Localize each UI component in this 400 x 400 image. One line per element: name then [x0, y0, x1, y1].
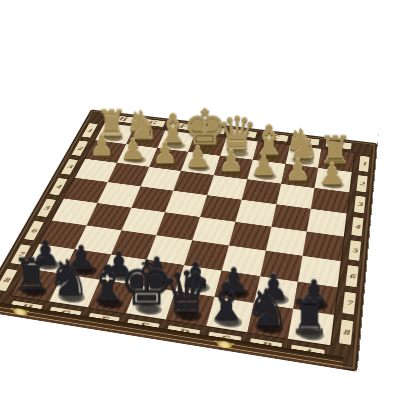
brass-clasp-left — [13, 307, 28, 316]
square-f4[interactable] — [131, 186, 173, 212]
rank-label-right-5: 5 — [349, 240, 362, 261]
rank-label-left-4: 4 — [49, 178, 67, 195]
rank-label-right-4: 4 — [351, 217, 363, 236]
square-a2[interactable]: ♟ — [315, 168, 352, 192]
square-e4[interactable] — [165, 191, 207, 217]
square-c4[interactable] — [235, 200, 276, 227]
square-a3[interactable] — [311, 188, 349, 214]
square-a5[interactable] — [303, 232, 344, 261]
product-photo-canvas: HGFEDCBA HGFEDCBA 12345678 12345678 ♜♞♝♚… — [0, 0, 400, 400]
rank-label-left-3: 3 — [61, 159, 78, 175]
chessboard: HGFEDCBA HGFEDCBA 12345678 12345678 ♜♞♝♚… — [0, 110, 377, 372]
rank-label-right-3: 3 — [354, 195, 366, 213]
chessboard-scene: HGFEDCBA HGFEDCBA 12345678 12345678 ♜♞♝♚… — [0, 0, 400, 400]
square-h5[interactable] — [52, 198, 97, 225]
piece-black-rook[interactable]: ♜ — [272, 293, 348, 340]
square-a8[interactable]: ♜ — [288, 309, 334, 345]
piece-gold-pawn[interactable]: ♟ — [301, 159, 363, 189]
square-b4[interactable] — [271, 204, 311, 231]
square-d4[interactable] — [200, 195, 241, 221]
brass-clasp-center — [217, 340, 232, 349]
rank-label-left-5: 5 — [37, 199, 56, 217]
